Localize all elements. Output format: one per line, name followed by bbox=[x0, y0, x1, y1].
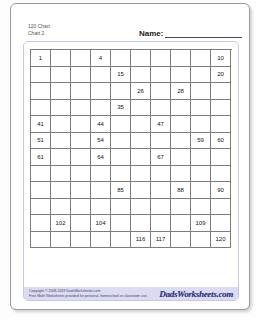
grid-cell-r11-c1-blank bbox=[31, 215, 51, 232]
grid-cell-r2-c8-blank bbox=[171, 67, 191, 84]
footer-band: Copyright © 2008-2019 DadsWorksheets.com… bbox=[24, 287, 238, 300]
grid-cell-r6-c2-blank bbox=[51, 133, 71, 150]
grid-cell-r3-c6-value-26: 26 bbox=[131, 83, 151, 100]
grid-cell-r7-c5-blank bbox=[111, 149, 131, 166]
grid-cell-r1-c2-blank bbox=[51, 50, 71, 67]
grid-cell-r6-c8-blank bbox=[171, 133, 191, 150]
name-row: Name: bbox=[139, 29, 242, 38]
grid-cell-r4-c10-blank bbox=[211, 100, 231, 117]
grid-cell-r1-c10-value-10: 10 bbox=[211, 50, 231, 67]
grid-cell-r7-c7-value-67: 67 bbox=[151, 149, 171, 166]
grid-cell-r2-c1-blank bbox=[31, 67, 51, 84]
grid-cell-r8-c9-blank bbox=[191, 166, 211, 183]
grid-cell-r8-c4-blank bbox=[91, 166, 111, 183]
grid-cell-r4-c9-blank bbox=[191, 100, 211, 117]
grid-cell-r8-c6-blank bbox=[131, 166, 151, 183]
grid-cell-r1-c5-blank bbox=[111, 50, 131, 67]
grid-cell-r6-c3-blank bbox=[71, 133, 91, 150]
worksheet-subtitle: Chart 2 bbox=[28, 30, 50, 37]
grid-cell-r12-c10-value-120: 120 bbox=[211, 232, 231, 249]
grid-cell-r9-c10-value-90: 90 bbox=[211, 182, 231, 199]
grid-cell-r11-c2-value-102: 102 bbox=[51, 215, 71, 232]
grid-cell-r9-c3-blank bbox=[71, 182, 91, 199]
grid-cell-r6-c4-value-54: 54 bbox=[91, 133, 111, 150]
title-block: 120 Chart Chart 2 bbox=[28, 23, 50, 37]
grid-cell-r5-c4-value-44: 44 bbox=[91, 116, 111, 133]
grid-cell-r4-c8-blank bbox=[171, 100, 191, 117]
name-label: Name: bbox=[139, 29, 163, 38]
grid-cell-r1-c8-blank bbox=[171, 50, 191, 67]
grid-cell-r7-c2-blank bbox=[51, 149, 71, 166]
grid-cell-r6-c7-blank bbox=[151, 133, 171, 150]
copyright-line-2: Free Math Worksheets provided for person… bbox=[29, 294, 148, 299]
grid-cell-r7-c4-value-64: 64 bbox=[91, 149, 111, 166]
grid-cell-r5-c6-blank bbox=[131, 116, 151, 133]
grid-cell-r5-c2-blank bbox=[51, 116, 71, 133]
grid-cell-r11-c3-blank bbox=[71, 215, 91, 232]
worksheet-body: 1410152026283541444751545960616467858890… bbox=[23, 41, 239, 301]
grid-cell-r6-c9-value-59: 59 bbox=[191, 133, 211, 150]
grid-cell-r3-c3-blank bbox=[71, 83, 91, 100]
grid-cell-r11-c8-blank bbox=[171, 215, 191, 232]
grid-cell-r12-c2-blank bbox=[51, 232, 71, 249]
grid-cell-r9-c2-blank bbox=[51, 182, 71, 199]
grid-cell-r4-c2-blank bbox=[51, 100, 71, 117]
grid-cell-r1-c1-value-1: 1 bbox=[31, 50, 51, 67]
grid-cell-r3-c1-blank bbox=[31, 83, 51, 100]
grid-cell-r1-c6-blank bbox=[131, 50, 151, 67]
grid-cell-r4-c7-blank bbox=[151, 100, 171, 117]
grid-cell-r11-c4-value-104: 104 bbox=[91, 215, 111, 232]
grid-cell-r6-c5-blank bbox=[111, 133, 131, 150]
grid-cell-r2-c10-value-20: 20 bbox=[211, 67, 231, 84]
grid-cell-r5-c3-blank bbox=[71, 116, 91, 133]
grid-cell-r10-c3-blank bbox=[71, 199, 91, 216]
grid-cell-r3-c10-blank bbox=[211, 83, 231, 100]
grid-cell-r11-c10-blank bbox=[211, 215, 231, 232]
grid-cell-r7-c8-blank bbox=[171, 149, 191, 166]
grid-cell-r7-c9-blank bbox=[191, 149, 211, 166]
grid-cell-r10-c4-blank bbox=[91, 199, 111, 216]
grid-cell-r10-c9-blank bbox=[191, 199, 211, 216]
grid-cell-r3-c9-blank bbox=[191, 83, 211, 100]
grid-cell-r5-c7-value-47: 47 bbox=[151, 116, 171, 133]
grid-cell-r4-c5-value-35: 35 bbox=[111, 100, 131, 117]
dadsworksheets-logo: DadsWorksheets.com bbox=[159, 289, 233, 299]
grid-cell-r12-c3-blank bbox=[71, 232, 91, 249]
grid-cell-r8-c3-blank bbox=[71, 166, 91, 183]
grid-cell-r3-c7-blank bbox=[151, 83, 171, 100]
grid-cell-r1-c9-blank bbox=[191, 50, 211, 67]
grid-cell-r5-c1-value-41: 41 bbox=[31, 116, 51, 133]
grid-cell-r10-c8-blank bbox=[171, 199, 191, 216]
grid-cell-r12-c6-value-116: 116 bbox=[131, 232, 151, 249]
grid-cell-r2-c3-blank bbox=[71, 67, 91, 84]
copyright-text: Copyright © 2008-2019 DadsWorksheets.com… bbox=[29, 289, 148, 298]
grid-cell-r9-c5-value-85: 85 bbox=[111, 182, 131, 199]
grid-cell-r6-c10-value-60: 60 bbox=[211, 133, 231, 150]
grid-cell-r12-c7-value-117: 117 bbox=[151, 232, 171, 249]
grid-cell-r2-c2-blank bbox=[51, 67, 71, 84]
grid-cell-r3-c4-blank bbox=[91, 83, 111, 100]
grid-cell-r5-c9-blank bbox=[191, 116, 211, 133]
grid-cell-r11-c6-blank bbox=[131, 215, 151, 232]
grid-cell-r11-c9-value-109: 109 bbox=[191, 215, 211, 232]
grid-cell-r8-c10-blank bbox=[211, 166, 231, 183]
grid-cell-r7-c1-value-61: 61 bbox=[31, 149, 51, 166]
grid-cell-r1-c7-blank bbox=[151, 50, 171, 67]
grid-cell-r8-c1-blank bbox=[31, 166, 51, 183]
grid-cell-r10-c6-blank bbox=[131, 199, 151, 216]
grid-cell-r1-c3-blank bbox=[71, 50, 91, 67]
grid-cell-r8-c5-blank bbox=[111, 166, 131, 183]
grid-cell-r3-c8-value-28: 28 bbox=[171, 83, 191, 100]
grid-cell-r8-c7-blank bbox=[151, 166, 171, 183]
grid-cell-r9-c4-blank bbox=[91, 182, 111, 199]
grid-cell-r12-c4-blank bbox=[91, 232, 111, 249]
grid-cell-r7-c10-blank bbox=[211, 149, 231, 166]
grid-cell-r5-c8-blank bbox=[171, 116, 191, 133]
grid-cell-r4-c4-blank bbox=[91, 100, 111, 117]
grid-cell-r12-c5-blank bbox=[111, 232, 131, 249]
grid-cell-r9-c1-blank bbox=[31, 182, 51, 199]
grid-cell-r5-c5-blank bbox=[111, 116, 131, 133]
grid-cell-r2-c9-blank bbox=[191, 67, 211, 84]
grid-cell-r9-c7-blank bbox=[151, 182, 171, 199]
grid-cell-r7-c3-blank bbox=[71, 149, 91, 166]
grid-cell-r10-c5-blank bbox=[111, 199, 131, 216]
grid-cell-r12-c8-blank bbox=[171, 232, 191, 249]
grid-cell-r12-c9-blank bbox=[191, 232, 211, 249]
worksheet-page: 120 Chart Chart 2 Name: 1410152026283541… bbox=[10, 3, 250, 310]
grid-cell-r4-c1-blank bbox=[31, 100, 51, 117]
worksheet-title: 120 Chart bbox=[28, 23, 50, 30]
grid-cell-r10-c2-blank bbox=[51, 199, 71, 216]
grid-cell-r4-c6-blank bbox=[131, 100, 151, 117]
grid-cell-r5-c10-blank bbox=[211, 116, 231, 133]
grid-cell-r8-c2-blank bbox=[51, 166, 71, 183]
grid-cell-r10-c10-blank bbox=[211, 199, 231, 216]
grid-cell-r8-c8-blank bbox=[171, 166, 191, 183]
grid-cell-r2-c5-value-15: 15 bbox=[111, 67, 131, 84]
grid-cell-r3-c5-blank bbox=[111, 83, 131, 100]
grid-cell-r1-c4-value-4: 4 bbox=[91, 50, 111, 67]
grid-cell-r2-c6-blank bbox=[131, 67, 151, 84]
grid-cell-r6-c6-blank bbox=[131, 133, 151, 150]
name-blank-line bbox=[165, 29, 242, 38]
grid-cell-r10-c1-blank bbox=[31, 199, 51, 216]
grid-cell-r9-c6-blank bbox=[131, 182, 151, 199]
grid-cell-r10-c7-blank bbox=[151, 199, 171, 216]
grid-cell-r7-c6-blank bbox=[131, 149, 151, 166]
chart-grid: 1410152026283541444751545960616467858890… bbox=[30, 49, 232, 248]
grid-cell-r2-c7-blank bbox=[151, 67, 171, 84]
grid-cell-r3-c2-blank bbox=[51, 83, 71, 100]
grid-cell-r2-c4-blank bbox=[91, 67, 111, 84]
grid-cell-r12-c1-blank bbox=[31, 232, 51, 249]
grid-cell-r11-c7-blank bbox=[151, 215, 171, 232]
grid-cell-r6-c1-value-51: 51 bbox=[31, 133, 51, 150]
grid-cell-r11-c5-blank bbox=[111, 215, 131, 232]
grid-cell-r4-c3-blank bbox=[71, 100, 91, 117]
grid-cell-r9-c8-value-88: 88 bbox=[171, 182, 191, 199]
grid-cell-r9-c9-blank bbox=[191, 182, 211, 199]
